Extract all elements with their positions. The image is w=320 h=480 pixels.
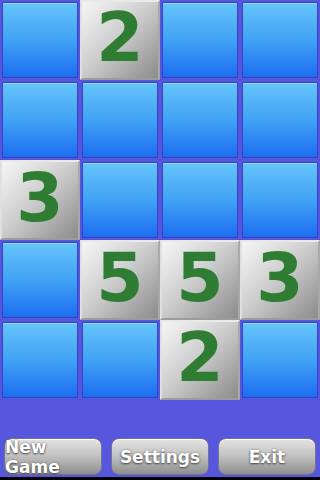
minesweeper-app: 235532 New Game Settings Exit: [0, 0, 320, 480]
cell-r4c3[interactable]: 5: [160, 240, 240, 320]
cell-r1c1[interactable]: [2, 2, 78, 78]
cell-r1c3[interactable]: [162, 2, 238, 78]
exit-button[interactable]: Exit: [218, 438, 316, 475]
cell-r1c2[interactable]: 2: [80, 0, 160, 80]
cell-r5c2[interactable]: [82, 322, 158, 398]
new-game-button[interactable]: New Game: [4, 438, 102, 475]
settings-button[interactable]: Settings: [111, 438, 209, 475]
cell-r3c3[interactable]: [162, 162, 238, 238]
cell-r2c1[interactable]: [2, 82, 78, 158]
mine-count: 5: [96, 244, 143, 312]
cell-r4c2[interactable]: 5: [80, 240, 160, 320]
cell-r3c2[interactable]: [82, 162, 158, 238]
cell-r5c4[interactable]: [242, 322, 318, 398]
cell-r4c4[interactable]: 3: [240, 240, 320, 320]
cell-r2c3[interactable]: [162, 82, 238, 158]
cell-r5c3[interactable]: 2: [160, 320, 240, 400]
cell-r3c4[interactable]: [242, 162, 318, 238]
cell-r3c1[interactable]: 3: [0, 160, 80, 240]
mine-count: 3: [256, 244, 303, 312]
mine-count: 2: [176, 324, 223, 392]
cell-r4c1[interactable]: [2, 242, 78, 318]
cell-r1c4[interactable]: [242, 2, 318, 78]
button-bar: New Game Settings Exit: [0, 400, 320, 480]
mine-count: 2: [96, 4, 143, 72]
board: 235532: [0, 0, 320, 400]
cell-r2c2[interactable]: [82, 82, 158, 158]
mine-count: 5: [176, 244, 223, 312]
cell-r5c1[interactable]: [2, 322, 78, 398]
cell-r2c4[interactable]: [242, 82, 318, 158]
mine-count: 3: [16, 164, 63, 232]
